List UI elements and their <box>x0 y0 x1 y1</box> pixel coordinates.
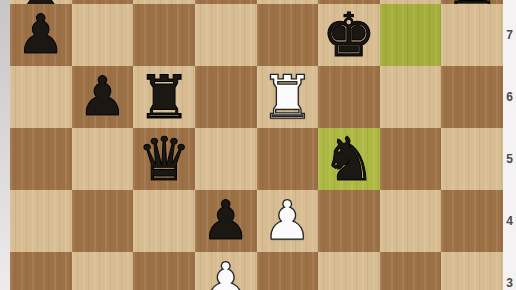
square-f3[interactable] <box>318 252 380 290</box>
black-knight[interactable]: ♞ <box>322 129 376 189</box>
square-c7[interactable] <box>133 4 195 66</box>
square-a4[interactable] <box>10 190 72 252</box>
square-f6[interactable] <box>318 66 380 128</box>
chess-app: ♝♜♟♚♟♜♜♛♞♟♟♟ 7 6 5 4 3 <box>0 0 516 290</box>
black-rook[interactable]: ♜ <box>137 67 191 127</box>
square-c4[interactable] <box>133 190 195 252</box>
square-a6[interactable] <box>10 66 72 128</box>
square-d5[interactable] <box>195 128 257 190</box>
square-g7[interactable] <box>380 4 442 66</box>
square-a7[interactable]: ♟ <box>10 4 72 66</box>
black-pawn[interactable]: ♟ <box>17 8 65 62</box>
square-e4[interactable]: ♟ <box>257 190 319 252</box>
white-rook[interactable]: ♜ <box>260 67 314 127</box>
square-d3[interactable]: ♟ <box>195 252 257 290</box>
left-gutter <box>0 0 10 290</box>
square-f4[interactable] <box>318 190 380 252</box>
square-g5[interactable] <box>380 128 442 190</box>
rank-label-5: 5 <box>503 153 516 165</box>
square-f5[interactable]: ♞ <box>318 128 380 190</box>
white-pawn[interactable]: ♟ <box>263 194 311 248</box>
square-e3[interactable] <box>257 252 319 290</box>
square-h5[interactable] <box>441 128 503 190</box>
square-h3[interactable] <box>441 252 503 290</box>
black-pawn[interactable]: ♟ <box>201 194 249 248</box>
white-pawn[interactable]: ♟ <box>201 256 249 290</box>
square-d6[interactable] <box>195 66 257 128</box>
square-b6[interactable]: ♟ <box>72 66 134 128</box>
square-a3[interactable] <box>10 252 72 290</box>
square-c3[interactable] <box>133 252 195 290</box>
square-h7[interactable] <box>441 4 503 66</box>
square-e7[interactable] <box>257 4 319 66</box>
square-d4[interactable]: ♟ <box>195 190 257 252</box>
rank-label-4: 4 <box>503 215 516 227</box>
rank-label-6: 6 <box>503 91 516 103</box>
rank-label-7: 7 <box>503 29 516 41</box>
right-gutter: 7 6 5 4 3 <box>503 0 516 290</box>
square-b5[interactable] <box>72 128 134 190</box>
square-d7[interactable] <box>195 4 257 66</box>
black-rook[interactable]: ♜ <box>444 0 500 4</box>
square-g3[interactable] <box>380 252 442 290</box>
square-c6[interactable]: ♜ <box>133 66 195 128</box>
square-b4[interactable] <box>72 190 134 252</box>
black-queen[interactable]: ♛ <box>137 129 191 189</box>
board: ♝♜♟♚♟♜♜♛♞♟♟♟ <box>10 0 503 290</box>
square-a5[interactable] <box>10 128 72 190</box>
black-king[interactable]: ♚ <box>322 5 376 65</box>
square-g6[interactable] <box>380 66 442 128</box>
square-c5[interactable]: ♛ <box>133 128 195 190</box>
square-h8[interactable]: ♜ <box>441 0 503 4</box>
square-h4[interactable] <box>441 190 503 252</box>
square-h6[interactable] <box>441 66 503 128</box>
square-f7[interactable]: ♚ <box>318 4 380 66</box>
square-b7[interactable] <box>72 4 134 66</box>
rank-label-3: 3 <box>503 277 516 289</box>
square-e6[interactable]: ♜ <box>257 66 319 128</box>
square-e5[interactable] <box>257 128 319 190</box>
black-pawn[interactable]: ♟ <box>78 70 126 124</box>
square-g4[interactable] <box>380 190 442 252</box>
square-b3[interactable] <box>72 252 134 290</box>
